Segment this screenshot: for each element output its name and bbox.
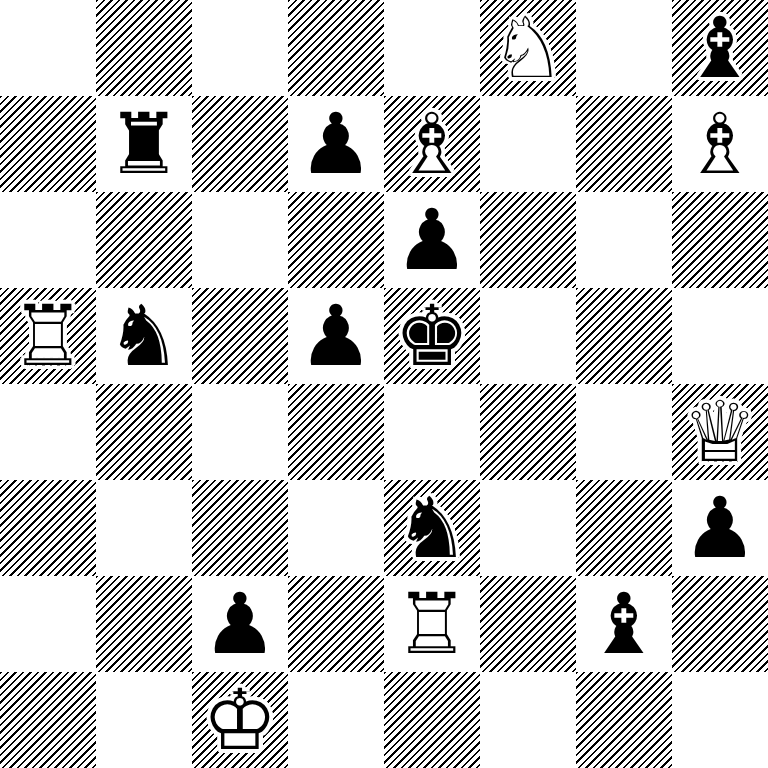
square-d4[interactable] <box>288 384 384 480</box>
white-rook-icon: ♖ <box>10 294 85 378</box>
square-c1[interactable]: ♚♔ <box>192 672 288 768</box>
square-h3[interactable]: ♟♟ <box>672 480 768 576</box>
white-bishop-icon: ♗ <box>682 102 757 186</box>
square-a6[interactable] <box>0 192 96 288</box>
black-pawn[interactable]: ♟♟ <box>672 480 768 576</box>
square-c8[interactable] <box>192 0 288 96</box>
square-f8[interactable]: ♞♘ <box>480 0 576 96</box>
square-b2[interactable] <box>96 576 192 672</box>
square-h7[interactable]: ♝♗ <box>672 96 768 192</box>
white-rook-icon: ♖ <box>394 582 469 666</box>
black-rook[interactable]: ♜♜ <box>96 96 192 192</box>
square-e4[interactable] <box>384 384 480 480</box>
square-c6[interactable] <box>192 192 288 288</box>
square-h8[interactable]: ♝♝ <box>672 0 768 96</box>
square-d8[interactable] <box>288 0 384 96</box>
black-bishop-icon: ♝ <box>682 6 757 90</box>
square-b5[interactable]: ♞♞ <box>96 288 192 384</box>
square-c7[interactable] <box>192 96 288 192</box>
black-king[interactable]: ♚♚ <box>384 288 480 384</box>
square-f4[interactable] <box>480 384 576 480</box>
white-bishop[interactable]: ♝♗ <box>672 96 768 192</box>
square-f7[interactable] <box>480 96 576 192</box>
white-king[interactable]: ♚♔ <box>192 672 288 768</box>
white-queen-icon: ♕ <box>682 390 757 474</box>
square-f1[interactable] <box>480 672 576 768</box>
white-bishop[interactable]: ♝♗ <box>384 96 480 192</box>
square-f5[interactable] <box>480 288 576 384</box>
square-g2[interactable]: ♝♝ <box>576 576 672 672</box>
square-h5[interactable] <box>672 288 768 384</box>
square-b4[interactable] <box>96 384 192 480</box>
square-h1[interactable] <box>672 672 768 768</box>
square-d1[interactable] <box>288 672 384 768</box>
black-bishop-icon: ♝ <box>586 582 661 666</box>
square-c5[interactable] <box>192 288 288 384</box>
black-pawn-icon: ♟ <box>682 486 757 570</box>
square-f6[interactable] <box>480 192 576 288</box>
square-e5[interactable]: ♚♚ <box>384 288 480 384</box>
black-knight[interactable]: ♞♞ <box>96 288 192 384</box>
square-e8[interactable] <box>384 0 480 96</box>
square-a4[interactable] <box>0 384 96 480</box>
white-rook[interactable]: ♜♖ <box>0 288 96 384</box>
white-knight[interactable]: ♞♘ <box>480 0 576 96</box>
white-bishop-icon: ♗ <box>394 102 469 186</box>
black-pawn[interactable]: ♟♟ <box>288 96 384 192</box>
black-bishop[interactable]: ♝♝ <box>672 0 768 96</box>
black-pawn-icon: ♟ <box>298 102 373 186</box>
square-h2[interactable] <box>672 576 768 672</box>
square-h4[interactable]: ♛♕ <box>672 384 768 480</box>
square-e3[interactable]: ♞♞ <box>384 480 480 576</box>
white-queen[interactable]: ♛♕ <box>672 384 768 480</box>
black-knight-icon: ♞ <box>106 294 181 378</box>
chess-board: ♞♘♝♝♜♜♟♟♝♗♝♗♟♟♜♖♞♞♟♟♚♚♛♕♞♞♟♟♟♟♜♖♝♝♚♔ <box>0 0 768 768</box>
square-g6[interactable] <box>576 192 672 288</box>
black-king-icon: ♚ <box>394 294 469 378</box>
square-d6[interactable] <box>288 192 384 288</box>
square-g8[interactable] <box>576 0 672 96</box>
white-king-icon: ♔ <box>202 678 277 762</box>
square-g1[interactable] <box>576 672 672 768</box>
white-rook[interactable]: ♜♖ <box>384 576 480 672</box>
black-rook-icon: ♜ <box>106 102 181 186</box>
square-h6[interactable] <box>672 192 768 288</box>
black-knight[interactable]: ♞♞ <box>384 480 480 576</box>
square-g7[interactable] <box>576 96 672 192</box>
square-d7[interactable]: ♟♟ <box>288 96 384 192</box>
black-pawn-icon: ♟ <box>394 198 469 282</box>
square-c4[interactable] <box>192 384 288 480</box>
square-a3[interactable] <box>0 480 96 576</box>
square-e7[interactable]: ♝♗ <box>384 96 480 192</box>
square-c3[interactable] <box>192 480 288 576</box>
white-knight-icon: ♘ <box>490 6 565 90</box>
square-a1[interactable] <box>0 672 96 768</box>
black-pawn-icon: ♟ <box>202 582 277 666</box>
square-d3[interactable] <box>288 480 384 576</box>
square-a8[interactable] <box>0 0 96 96</box>
black-knight-icon: ♞ <box>394 486 469 570</box>
square-e1[interactable] <box>384 672 480 768</box>
square-b1[interactable] <box>96 672 192 768</box>
black-pawn[interactable]: ♟♟ <box>384 192 480 288</box>
square-e6[interactable]: ♟♟ <box>384 192 480 288</box>
square-a7[interactable] <box>0 96 96 192</box>
square-a2[interactable] <box>0 576 96 672</box>
square-d2[interactable] <box>288 576 384 672</box>
square-b7[interactable]: ♜♜ <box>96 96 192 192</box>
square-b3[interactable] <box>96 480 192 576</box>
square-c2[interactable]: ♟♟ <box>192 576 288 672</box>
square-f3[interactable] <box>480 480 576 576</box>
square-e2[interactable]: ♜♖ <box>384 576 480 672</box>
black-bishop[interactable]: ♝♝ <box>576 576 672 672</box>
square-g4[interactable] <box>576 384 672 480</box>
square-f2[interactable] <box>480 576 576 672</box>
square-a5[interactable]: ♜♖ <box>0 288 96 384</box>
square-b8[interactable] <box>96 0 192 96</box>
square-d5[interactable]: ♟♟ <box>288 288 384 384</box>
square-b6[interactable] <box>96 192 192 288</box>
black-pawn-icon: ♟ <box>298 294 373 378</box>
black-pawn[interactable]: ♟♟ <box>192 576 288 672</box>
black-pawn[interactable]: ♟♟ <box>288 288 384 384</box>
square-g3[interactable] <box>576 480 672 576</box>
square-g5[interactable] <box>576 288 672 384</box>
